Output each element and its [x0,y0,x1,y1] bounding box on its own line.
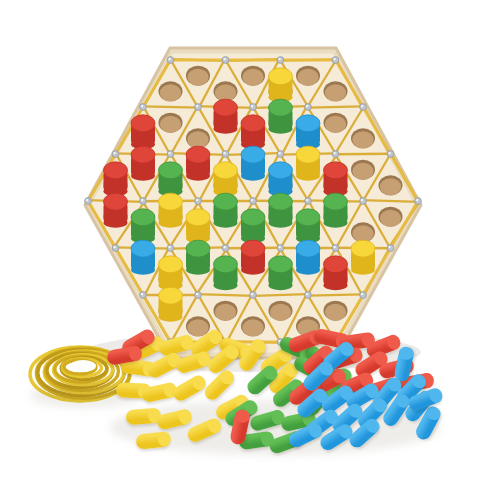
metal-pin [167,57,174,64]
peg-blue [269,162,293,197]
pin-highlight [141,199,143,201]
pin-highlight [251,105,253,107]
metal-pin [140,198,147,205]
peg-green [159,162,183,197]
metal-pin [277,57,284,64]
metal-pin [222,57,229,64]
metal-pin [112,151,119,158]
board-hole-inner [187,69,208,86]
peg-green [214,256,238,291]
pin-highlight [416,199,418,201]
peg-red [241,115,265,149]
peg-blue [241,146,265,181]
metal-pin [305,292,312,299]
peg-green [269,256,293,291]
pin-highlight [196,293,198,295]
pin-highlight [306,293,308,295]
board-hole-inner [242,319,263,336]
metal-pin [250,292,257,299]
pin-highlight [196,105,198,107]
peg-red [104,193,128,228]
peg-green [241,209,265,244]
metal-pin [277,245,284,252]
peg-yellow [159,193,183,228]
pin-highlight [168,58,170,60]
board-hole-inner [325,116,346,133]
board-hole-inner [380,210,401,227]
board-hole-inner [352,131,373,148]
board-hole-inner [160,116,181,133]
metal-pin [305,104,312,111]
metal-pin [305,198,312,205]
pin-highlight [223,152,225,154]
pin-highlight [168,246,170,248]
peg-blue [131,240,155,274]
pin-highlight [306,199,308,201]
pin-highlight [223,246,225,248]
pin-highlight [251,199,253,201]
metal-pin [387,151,394,158]
pin-highlight [113,246,115,248]
pin-highlight [361,293,363,295]
rubber-band [254,294,306,296]
rubber-band [336,154,390,155]
pin-highlight [361,105,363,107]
pin-highlight [278,152,280,154]
metal-pin [277,151,284,158]
metal-pin [415,198,422,205]
rubber-band [197,294,255,296]
metal-pin [332,57,339,64]
metal-pin [222,151,229,158]
metal-pin [332,245,339,252]
peg-red [241,240,265,274]
rubber-band [362,200,420,202]
metal-pin [195,104,202,111]
pin-highlight [333,58,335,60]
metal-pin [360,104,367,111]
pin-highlight [388,152,390,154]
metal-pin [360,198,367,205]
board-hole-inner [325,304,346,321]
product-photo [0,0,500,500]
metal-pin [140,104,147,111]
rubber-band [309,294,362,295]
metal-pin [112,245,119,252]
peg-red [214,99,238,134]
rubber-band [142,106,199,107]
peg-yellow [351,240,375,274]
peg-red [131,146,155,181]
pin-highlight [168,152,170,154]
metal-pin [332,151,339,158]
coil-center-hole [70,360,96,372]
pin-highlight [251,293,253,295]
peg-green [324,193,348,228]
peg-green [131,209,155,244]
pin-highlight [333,246,335,248]
peg-green [269,193,293,228]
peg-green [296,209,320,244]
peg-blue [296,115,320,149]
rubber-band [309,106,362,107]
pin-highlight [141,293,143,295]
peg-red [324,256,348,291]
peg-green [186,240,210,274]
pin-highlight [141,105,143,107]
metal-pin [222,245,229,252]
peg-green [269,99,293,134]
peg-yellow [214,162,238,197]
board-hole-inner [352,163,373,180]
board-hole-inner [297,69,318,86]
metal-pin [195,198,202,205]
peg-yellow [269,68,293,103]
peg-yellow [186,209,210,244]
peg-yellow [296,146,320,181]
metal-pin [195,292,202,299]
pin-highlight [113,152,115,154]
peg-blue [296,240,320,274]
peg-red [104,162,128,197]
board-hole-inner [160,84,181,101]
pin-highlight [196,199,198,201]
pin-highlight [86,199,88,201]
metal-pin [167,245,174,252]
pin-highlight [306,105,308,107]
board-hole-inner [270,304,291,321]
metal-pin [85,198,92,205]
peg-green [214,193,238,228]
pin-highlight [278,58,280,60]
pin-highlight [388,246,390,248]
metal-pin [360,292,367,299]
board-hole-inner [242,69,263,86]
peg-yellow [159,287,183,322]
peg-yellow [159,256,183,291]
metal-pin [167,151,174,158]
peg-red [131,115,155,149]
board-hole-inner [215,304,236,321]
metal-pin [387,245,394,252]
board-hole-inner [325,84,346,101]
metal-pin [140,292,147,299]
peg-red [186,146,210,181]
pin-highlight [278,246,280,248]
metal-pin [250,104,257,111]
metal-pin [250,198,257,205]
loose-peg-yellow [126,408,161,425]
pin-highlight [333,152,335,154]
pin-highlight [361,199,363,201]
pin-highlight [223,58,225,60]
peg-red [324,162,348,197]
board-hole-inner [380,178,401,195]
